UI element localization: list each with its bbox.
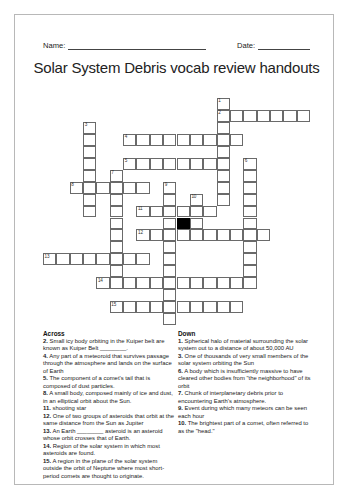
- grid-cell: [163, 218, 176, 230]
- grid-cell: [177, 229, 190, 241]
- clue-number: 4: [125, 135, 127, 140]
- grid-cell: [163, 194, 176, 206]
- across-clue-12: 12. One of two groups of asteroids that …: [43, 413, 177, 428]
- grid-cell: [217, 170, 230, 182]
- grid-cell: [136, 253, 149, 265]
- grid-cell: [150, 277, 163, 289]
- grid-cell: 10: [190, 194, 203, 206]
- down-header: Down: [178, 330, 312, 337]
- down-clue-1: 1. Spherical halo of material surroundin…: [178, 338, 312, 353]
- clues-section: Across 2. Small icy body orbiting in the…: [43, 330, 313, 480]
- grid-cell: [123, 253, 136, 265]
- grid-cell: [243, 241, 256, 253]
- clue-number: 3: [85, 123, 87, 128]
- grid-cell: [83, 134, 96, 146]
- name-blank-line: [68, 42, 206, 50]
- down-clue-10: 10. The brightest part of a comet, often…: [178, 420, 312, 435]
- across-header: Across: [43, 330, 177, 337]
- grid-cell: [110, 229, 123, 241]
- grid-cell: [150, 301, 163, 313]
- grid-cell: [190, 218, 203, 230]
- grid-cell: [297, 110, 310, 122]
- grid-cell: [217, 277, 230, 289]
- grid-cell: [203, 134, 216, 146]
- grid-cell: [163, 253, 176, 265]
- grid-cell: [110, 265, 123, 277]
- grid-cell: [230, 277, 243, 289]
- clue-number: 7: [111, 171, 113, 176]
- grid-cell: 4: [123, 134, 136, 146]
- grid-cell: [163, 229, 176, 241]
- grid-cell: [190, 229, 203, 241]
- grid-cell: 11: [136, 206, 149, 218]
- grid-cell: [136, 277, 149, 289]
- grid-cell: [243, 218, 256, 230]
- grid-cell: 15: [110, 301, 123, 313]
- grid-cell: 12: [136, 229, 149, 241]
- grid-cell: 1: [217, 98, 230, 110]
- worksheet-page: { "game": "crossword", "title": "Solar S…: [0, 0, 353, 500]
- grid-cell: [190, 301, 203, 313]
- grid-cell: [136, 182, 149, 194]
- name-label: Name:: [43, 41, 65, 50]
- grid-cell: [163, 134, 176, 146]
- clue-number: 8: [71, 183, 73, 188]
- grid-cell: [243, 110, 256, 122]
- across-clue-4: 4. Any part of a meteoroid that survives…: [43, 353, 177, 375]
- across-clue-8: 8. A small body, composed mainly of ice …: [43, 390, 177, 405]
- crossword-grid: 123456789101112131415: [43, 98, 311, 326]
- grid-cell: [123, 277, 136, 289]
- page-title: Solar System Debris vocab review handout…: [0, 59, 353, 76]
- grid-cell: [110, 241, 123, 253]
- grid-cell: 9: [163, 182, 176, 194]
- grid-cell: [190, 206, 203, 218]
- grid-cell: [150, 134, 163, 146]
- grid-cell: [83, 206, 96, 218]
- clue-number: 11: [138, 207, 142, 212]
- grid-cell: [243, 194, 256, 206]
- grid-cell: [270, 110, 283, 122]
- date-blank-line: [258, 42, 310, 50]
- grid-cell: 6: [243, 158, 256, 170]
- grid-cell: [110, 206, 123, 218]
- grid-cell: 2: [217, 110, 230, 122]
- date-field: Date:: [237, 41, 310, 50]
- grid-cell: [70, 253, 83, 265]
- grid-cell: [217, 229, 230, 241]
- across-clue-13: 13. An Earth ________ asteroid is an ast…: [43, 428, 177, 443]
- grid-cell: [83, 194, 96, 206]
- grid-cell: [177, 134, 190, 146]
- clue-number: 1: [218, 99, 220, 104]
- grid-cell: [203, 158, 216, 170]
- clue-number: 10: [191, 195, 196, 200]
- grid-cell: 8: [70, 182, 83, 194]
- grid-cell: [110, 218, 123, 230]
- grid-cell: [150, 229, 163, 241]
- grid-cell: [203, 277, 216, 289]
- clue-number: 15: [111, 303, 116, 308]
- down-clue-9: 9. Event during which many meteors can b…: [178, 405, 312, 420]
- grid-cell: [230, 229, 243, 241]
- clue-number: 14: [98, 279, 103, 284]
- down-clue-3: 3. One of thousands of very small member…: [178, 353, 312, 368]
- across-clue-2: 2. Small icy body orbiting in the Kuiper…: [43, 338, 177, 353]
- grid-cell: [190, 134, 203, 146]
- down-clue-6: 6. A body which is insufficiently massiv…: [178, 368, 312, 390]
- grid-cell: [177, 206, 190, 218]
- grid-cell: [190, 277, 203, 289]
- grid-cell: [217, 194, 230, 206]
- grid-cell: [83, 182, 96, 194]
- grid-cell: [217, 301, 230, 313]
- grid-cell: [243, 170, 256, 182]
- grid-cell: [203, 301, 216, 313]
- grid-cell: [150, 206, 163, 218]
- header-row: Name: Date:: [43, 41, 311, 53]
- grid-cell: [136, 301, 149, 313]
- grid-cell: [96, 253, 109, 265]
- across-clue-list: 2. Small icy body orbiting in the Kuiper…: [43, 338, 177, 480]
- grid-cell: [83, 158, 96, 170]
- grid-cell: [163, 158, 176, 170]
- grid-cell: [230, 301, 243, 313]
- grid-cell: [283, 110, 296, 122]
- grid-cell: 14: [96, 277, 109, 289]
- grid-cell: [217, 122, 230, 134]
- clue-number: 13: [45, 255, 50, 260]
- grid-cell: 13: [43, 253, 56, 265]
- grid-cell: [177, 277, 190, 289]
- clue-number: 5: [125, 159, 127, 164]
- grid-cell: [257, 229, 270, 241]
- date-label: Date:: [237, 41, 255, 50]
- grid-cell: [136, 158, 149, 170]
- across-clue-15: 15. A region in the plane of the solar s…: [43, 458, 177, 480]
- clue-number: 12: [138, 231, 143, 236]
- grid-cell: [96, 182, 109, 194]
- across-clue-11: 11. shooting star: [43, 405, 177, 412]
- grid-cell: [83, 146, 96, 158]
- name-field: Name:: [43, 41, 206, 50]
- grid-cell: [136, 134, 149, 146]
- across-clue-14: 14. Region of the solar system in which …: [43, 443, 177, 458]
- down-clues-column: Down 1. Spherical halo of material surro…: [178, 330, 312, 480]
- clue-number: 2: [218, 111, 220, 116]
- grid-cell: [163, 265, 176, 277]
- grid-cell: [243, 229, 256, 241]
- grid-cell: [163, 301, 176, 313]
- grid-cell: [83, 253, 96, 265]
- grid-cell: [110, 194, 123, 206]
- grid-cell: [257, 110, 270, 122]
- grid-cell: [110, 277, 123, 289]
- grid-cell: [83, 170, 96, 182]
- clue-number: 9: [165, 183, 167, 188]
- grid-cell: 5: [123, 158, 136, 170]
- down-clue-7: 7. Chunk of interplanetary debris prior …: [178, 390, 312, 405]
- grid-cell: [243, 253, 256, 265]
- grid-cell: [177, 158, 190, 170]
- grid-cell: [190, 158, 203, 170]
- grid-cell: [217, 134, 230, 146]
- across-clues-column: Across 2. Small icy body orbiting in the…: [43, 330, 177, 480]
- grid-cell: [177, 301, 190, 313]
- clue-number: 6: [245, 159, 247, 164]
- grid-cell: [150, 158, 163, 170]
- grid-cell: [163, 277, 176, 289]
- down-clue-list: 1. Spherical halo of material surroundin…: [178, 338, 312, 435]
- grid-cell: [243, 265, 256, 277]
- grid-cell: [110, 182, 123, 194]
- grid-cell: [56, 253, 69, 265]
- grid-cell: [203, 206, 216, 218]
- grid-cell: [110, 253, 123, 265]
- grid-cell: [243, 182, 256, 194]
- grid-cell: [123, 182, 136, 194]
- grid-cell: [243, 206, 256, 218]
- grid-cell: [163, 206, 176, 218]
- grid-cell: [203, 229, 216, 241]
- grid-cell: 3: [83, 122, 96, 134]
- black-cell: [177, 218, 190, 230]
- grid-cell: [243, 277, 256, 289]
- grid-cell: [217, 158, 230, 170]
- grid-cell: [163, 289, 176, 301]
- grid-cell: [230, 134, 243, 146]
- grid-cell: [217, 146, 230, 158]
- grid-cell: [163, 241, 176, 253]
- grid-cell: [163, 313, 176, 325]
- grid-cell: [230, 110, 243, 122]
- grid-cell: [217, 182, 230, 194]
- across-clue-5: 5. The component of a comet's tail that …: [43, 375, 177, 390]
- grid-cell: [123, 301, 136, 313]
- grid-cell: 7: [110, 170, 123, 182]
